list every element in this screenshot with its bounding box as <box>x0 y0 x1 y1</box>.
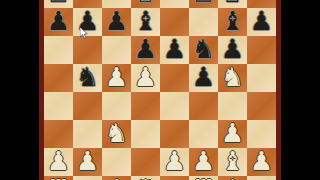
black-knight-b5: ♞ <box>76 64 99 90</box>
white-pawn-b2: ♟ <box>76 148 99 174</box>
square-a1[interactable]: ♜ <box>44 176 73 180</box>
square-g1[interactable]: ♚ <box>218 176 247 180</box>
black-pawn-c7: ♟ <box>105 8 128 34</box>
square-c2[interactable] <box>102 148 131 176</box>
square-h1[interactable] <box>247 176 276 180</box>
square-h7[interactable]: ♟ <box>247 8 276 36</box>
square-h6[interactable] <box>247 36 276 64</box>
black-bishop-d7: ♝ <box>134 8 157 34</box>
square-g4[interactable] <box>218 92 247 120</box>
black-pawn-g6: ♟ <box>221 36 244 62</box>
square-f6[interactable]: ♞ <box>189 36 218 64</box>
square-c6[interactable] <box>102 36 131 64</box>
white-pawn-e2: ♟ <box>163 148 186 174</box>
white-pawn-h2: ♟ <box>250 148 273 174</box>
square-a4[interactable] <box>44 92 73 120</box>
square-c5[interactable]: ♟ <box>102 64 131 92</box>
square-d3[interactable] <box>131 120 160 148</box>
white-pawn-g3: ♟ <box>221 120 244 146</box>
square-h2[interactable]: ♟ <box>247 148 276 176</box>
square-d5[interactable]: ♟ <box>131 64 160 92</box>
black-pawn-h7: ♟ <box>250 8 273 34</box>
square-a3[interactable] <box>44 120 73 148</box>
white-bishop-c1: ♝ <box>105 176 128 180</box>
square-a7[interactable]: ♟ <box>44 8 73 36</box>
black-pawn-d6: ♟ <box>134 36 157 62</box>
black-bishop-g7: ♝ <box>221 8 244 34</box>
black-pawn-e6: ♟ <box>163 36 186 62</box>
square-e6[interactable]: ♟ <box>160 36 189 64</box>
mouse-cursor-icon <box>80 27 88 39</box>
square-f3[interactable] <box>189 120 218 148</box>
square-a5[interactable] <box>44 64 73 92</box>
white-queen-d1: ♛ <box>134 176 157 180</box>
square-c1[interactable]: ♝ <box>102 176 131 180</box>
square-g7[interactable]: ♝ <box>218 8 247 36</box>
square-d7[interactable]: ♝ <box>131 8 160 36</box>
square-d4[interactable] <box>131 92 160 120</box>
white-knight-c3: ♞ <box>105 120 128 146</box>
black-knight-f6: ♞ <box>192 36 215 62</box>
white-pawn-d5: ♟ <box>134 64 157 90</box>
white-pawn-f2: ♟ <box>192 148 215 174</box>
square-a6[interactable] <box>44 36 73 64</box>
square-c7[interactable]: ♟ <box>102 8 131 36</box>
square-d6[interactable]: ♟ <box>131 36 160 64</box>
square-f7[interactable] <box>189 8 218 36</box>
square-h5[interactable] <box>247 64 276 92</box>
square-g6[interactable]: ♟ <box>218 36 247 64</box>
square-g3[interactable]: ♟ <box>218 120 247 148</box>
square-c4[interactable] <box>102 92 131 120</box>
white-pawn-a2: ♟ <box>47 148 70 174</box>
square-f5[interactable]: ♟ <box>189 64 218 92</box>
square-e1[interactable] <box>160 176 189 180</box>
square-b5[interactable]: ♞ <box>73 64 102 92</box>
square-f4[interactable] <box>189 92 218 120</box>
square-h4[interactable] <box>247 92 276 120</box>
chess-board-frame: ♜♛♜♚♟♟♟♝♝♟♟♟♞♟♞♟♟♟♞♞♟♟♟♟♟♝♟♜♝♛♜♚ <box>39 0 281 180</box>
square-e7[interactable] <box>160 8 189 36</box>
white-bishop-g2: ♝ <box>221 148 244 174</box>
square-e8[interactable] <box>160 0 189 8</box>
square-f8[interactable]: ♜ <box>189 0 218 8</box>
square-e3[interactable] <box>160 120 189 148</box>
black-rook-f8: ♜ <box>192 0 215 6</box>
black-pawn-f5: ♟ <box>192 64 215 90</box>
black-pawn-a7: ♟ <box>47 8 70 34</box>
square-c3[interactable]: ♞ <box>102 120 131 148</box>
video-frame: ♜♛♜♚♟♟♟♝♝♟♟♟♞♟♞♟♟♟♞♞♟♟♟♟♟♝♟♜♝♛♜♚ <box>0 0 320 180</box>
square-b6[interactable] <box>73 36 102 64</box>
white-knight-g5: ♞ <box>221 64 244 90</box>
chess-board: ♜♛♜♚♟♟♟♝♝♟♟♟♞♟♞♟♟♟♞♞♟♟♟♟♟♝♟♜♝♛♜♚ <box>44 0 276 180</box>
square-h3[interactable] <box>247 120 276 148</box>
square-b4[interactable] <box>73 92 102 120</box>
square-f2[interactable]: ♟ <box>189 148 218 176</box>
square-b2[interactable]: ♟ <box>73 148 102 176</box>
white-king-g1: ♚ <box>221 176 244 180</box>
square-b3[interactable] <box>73 120 102 148</box>
white-rook-f1: ♜ <box>192 176 215 180</box>
square-b1[interactable] <box>73 176 102 180</box>
white-rook-a1: ♜ <box>47 176 70 180</box>
square-d1[interactable]: ♛ <box>131 176 160 180</box>
square-g5[interactable]: ♞ <box>218 64 247 92</box>
square-e4[interactable] <box>160 92 189 120</box>
square-f1[interactable]: ♜ <box>189 176 218 180</box>
square-g2[interactable]: ♝ <box>218 148 247 176</box>
square-a2[interactable]: ♟ <box>44 148 73 176</box>
square-d2[interactable] <box>131 148 160 176</box>
square-e5[interactable] <box>160 64 189 92</box>
white-pawn-c5: ♟ <box>105 64 128 90</box>
square-e2[interactable]: ♟ <box>160 148 189 176</box>
